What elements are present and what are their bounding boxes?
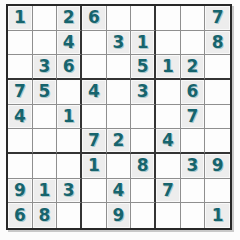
sudoku-cell-r5c5[interactable] <box>107 105 132 130</box>
sudoku-cell-r5c3[interactable]: 1 <box>57 105 82 130</box>
sudoku-cell-r6c7[interactable]: 4 <box>156 129 181 154</box>
sudoku-cell-r2c4[interactable] <box>82 31 107 56</box>
sudoku-cell-r5c9[interactable] <box>205 105 230 130</box>
sudoku-cell-r7c5[interactable] <box>107 154 132 179</box>
sudoku-cell-r4c4[interactable]: 4 <box>82 80 107 105</box>
sudoku-cell-r4c6[interactable]: 3 <box>131 80 156 105</box>
sudoku-cell-r1c7[interactable] <box>156 6 181 31</box>
sudoku-cell-r7c3[interactable] <box>57 154 82 179</box>
sudoku-cell-r8c8[interactable] <box>181 179 206 204</box>
sudoku-cell-r5c7[interactable] <box>156 105 181 130</box>
sudoku-cell-r3c7[interactable]: 1 <box>156 55 181 80</box>
sudoku-cell-r2c7[interactable] <box>156 31 181 56</box>
sudoku-cell-r2c8[interactable] <box>181 31 206 56</box>
sudoku-cell-r6c2[interactable] <box>33 129 58 154</box>
sudoku-cell-r3c5[interactable] <box>107 55 132 80</box>
sudoku-cell-r1c8[interactable] <box>181 6 206 31</box>
sudoku-cell-r6c6[interactable] <box>131 129 156 154</box>
sudoku-cell-r1c2[interactable] <box>33 6 58 31</box>
sudoku-board: 1267431836512754364177241839913476891 <box>6 4 232 230</box>
sudoku-cell-r4c5[interactable] <box>107 80 132 105</box>
sudoku-cell-r3c4[interactable] <box>82 55 107 80</box>
sudoku-cell-r3c2[interactable]: 3 <box>33 55 58 80</box>
sudoku-cell-r8c3[interactable]: 3 <box>57 179 82 204</box>
sudoku-cell-r8c5[interactable]: 4 <box>107 179 132 204</box>
sudoku-cell-r9c5[interactable]: 9 <box>107 203 132 228</box>
sudoku-cell-r9c2[interactable]: 8 <box>33 203 58 228</box>
sudoku-cell-r8c6[interactable] <box>131 179 156 204</box>
sudoku-cell-r6c8[interactable] <box>181 129 206 154</box>
sudoku-cell-r1c5[interactable] <box>107 6 132 31</box>
sudoku-board-wrap: 1267431836512754364177241839913476891 <box>6 4 232 230</box>
sudoku-cell-r6c4[interactable]: 7 <box>82 129 107 154</box>
sudoku-cell-r2c1[interactable] <box>8 31 33 56</box>
sudoku-cell-r6c5[interactable]: 2 <box>107 129 132 154</box>
sudoku-cell-r1c9[interactable]: 7 <box>205 6 230 31</box>
sudoku-cell-r2c2[interactable] <box>33 31 58 56</box>
sudoku-cell-r2c5[interactable]: 3 <box>107 31 132 56</box>
sudoku-cell-r3c6[interactable]: 5 <box>131 55 156 80</box>
sudoku-cell-r9c3[interactable] <box>57 203 82 228</box>
sudoku-cell-r3c9[interactable] <box>205 55 230 80</box>
sudoku-cell-r4c8[interactable]: 6 <box>181 80 206 105</box>
sudoku-cell-r4c7[interactable] <box>156 80 181 105</box>
sudoku-cell-r7c7[interactable] <box>156 154 181 179</box>
sudoku-cell-r3c8[interactable]: 2 <box>181 55 206 80</box>
sudoku-cell-r4c1[interactable]: 7 <box>8 80 33 105</box>
sudoku-cell-r1c6[interactable] <box>131 6 156 31</box>
sudoku-cell-r1c3[interactable]: 2 <box>57 6 82 31</box>
sudoku-cell-r2c3[interactable]: 4 <box>57 31 82 56</box>
sudoku-cell-r4c2[interactable]: 5 <box>33 80 58 105</box>
sudoku-cell-r7c6[interactable]: 8 <box>131 154 156 179</box>
sudoku-cell-r5c2[interactable] <box>33 105 58 130</box>
sudoku-cell-r9c6[interactable] <box>131 203 156 228</box>
sudoku-cell-r1c1[interactable]: 1 <box>8 6 33 31</box>
sudoku-cell-r3c1[interactable] <box>8 55 33 80</box>
sudoku-cell-r9c4[interactable] <box>82 203 107 228</box>
sudoku-cell-r4c3[interactable] <box>57 80 82 105</box>
sudoku-cell-r5c1[interactable]: 4 <box>8 105 33 130</box>
sudoku-cell-r6c3[interactable] <box>57 129 82 154</box>
sudoku-cell-r8c1[interactable]: 9 <box>8 179 33 204</box>
sudoku-cell-r8c7[interactable]: 7 <box>156 179 181 204</box>
sudoku-cell-r3c3[interactable]: 6 <box>57 55 82 80</box>
sudoku-cell-r4c9[interactable] <box>205 80 230 105</box>
sudoku-cell-r9c9[interactable]: 1 <box>205 203 230 228</box>
sudoku-cell-r7c1[interactable] <box>8 154 33 179</box>
sudoku-cell-r9c1[interactable]: 6 <box>8 203 33 228</box>
sudoku-cell-r5c8[interactable]: 7 <box>181 105 206 130</box>
sudoku-cell-r5c6[interactable] <box>131 105 156 130</box>
sudoku-cell-r2c9[interactable]: 8 <box>205 31 230 56</box>
sudoku-cell-r6c9[interactable] <box>205 129 230 154</box>
sudoku-cell-r9c8[interactable] <box>181 203 206 228</box>
sudoku-cell-r7c9[interactable]: 9 <box>205 154 230 179</box>
sudoku-cell-r5c4[interactable] <box>82 105 107 130</box>
sudoku-cell-r8c9[interactable] <box>205 179 230 204</box>
sudoku-cell-r1c4[interactable]: 6 <box>82 6 107 31</box>
sudoku-cell-r7c4[interactable]: 1 <box>82 154 107 179</box>
sudoku-cell-r8c4[interactable] <box>82 179 107 204</box>
sudoku-cell-r6c1[interactable] <box>8 129 33 154</box>
sudoku-cell-r7c8[interactable]: 3 <box>181 154 206 179</box>
sudoku-cell-r9c7[interactable] <box>156 203 181 228</box>
sudoku-cell-r2c6[interactable]: 1 <box>131 31 156 56</box>
sudoku-cell-r7c2[interactable] <box>33 154 58 179</box>
sudoku-cell-r8c2[interactable]: 1 <box>33 179 58 204</box>
